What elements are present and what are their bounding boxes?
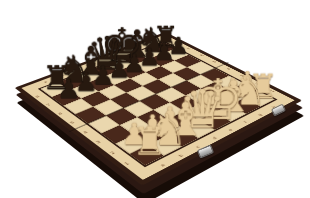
coord-label: 6 [199, 54, 204, 56]
chess-set-photo: abcdefgh abcdefgh 87654321 87654321 ♜♞♟♝… [0, 0, 310, 198]
coord-label: e [227, 128, 233, 132]
coord-label: 3 [96, 140, 102, 144]
coord-label: 4 [82, 131, 88, 135]
coord-label: 7 [46, 103, 52, 106]
coord-label: a [159, 163, 166, 167]
coord-label: 1 [124, 162, 131, 166]
coord-label: d [211, 136, 217, 140]
black-pawn[interactable]: ♟ [57, 75, 81, 101]
coord-label: f [243, 121, 248, 124]
coord-label: g [257, 113, 263, 116]
coord-label: 2 [109, 151, 115, 155]
coord-label: 8 [35, 95, 40, 98]
coord-label: b [177, 154, 184, 158]
coord-label: 5 [212, 61, 217, 64]
white-rook[interactable]: ♜ [133, 122, 167, 160]
coord-label: 5 [70, 121, 76, 124]
coord-label: 6 [58, 112, 64, 115]
chess-board: abcdefgh abcdefgh 87654321 87654321 ♜♞♟♝… [15, 32, 303, 185]
